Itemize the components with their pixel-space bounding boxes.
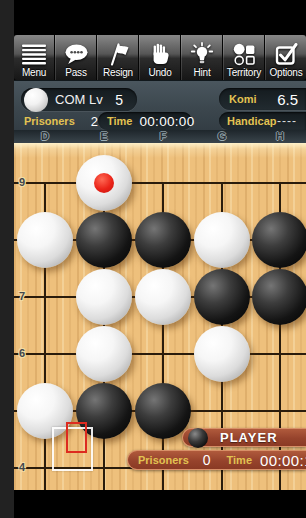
com-level-value: 5 — [115, 92, 137, 108]
go-stone-white-G8 — [194, 212, 250, 268]
toolbar-button-options[interactable]: Options — [265, 35, 306, 80]
last-move-red-dot — [94, 173, 114, 193]
go-stone-black-F8 — [135, 212, 191, 268]
lightbulb-icon — [189, 41, 215, 67]
com-status-panel: COM Lv 5 Komi 6.5 Prisoners 2 Time 00:00… — [14, 80, 306, 130]
toolbar-button-pass[interactable]: Pass — [55, 35, 97, 80]
grid-hline-9 — [14, 182, 306, 184]
handicap-value: ---- — [277, 114, 306, 128]
toolbar-button-label: Undo — [148, 67, 171, 78]
column-label-G: G — [218, 130, 227, 143]
bottom-black-bar — [14, 490, 306, 518]
com-prisoners-label: Prisoners — [24, 115, 75, 127]
toolbar-button-label: Hint — [194, 67, 211, 78]
go-stone-black-F5 — [135, 383, 191, 439]
go-stone-white-E6 — [76, 326, 132, 382]
speech-bubble-icon — [63, 41, 90, 67]
toolbar-button-territory[interactable]: Territory — [223, 35, 265, 80]
player-prisoners-value: 0 — [203, 452, 211, 468]
placement-cursor-red-box — [66, 422, 87, 453]
white-flag-icon — [106, 41, 131, 67]
go-stone-white-E7 — [76, 269, 132, 325]
column-label-D: D — [41, 130, 49, 143]
com-time-value: 00:00:00 — [139, 114, 194, 129]
com-time-capsule: Time 00:00:00 — [98, 112, 192, 130]
com-level-capsule: COM Lv 5 — [21, 88, 137, 111]
go-stone-white-F7 — [135, 269, 191, 325]
row-label-7: 7 — [15, 290, 29, 302]
go-stone-black-E8 — [76, 212, 132, 268]
grid-hline-6 — [14, 353, 306, 355]
go-stone-white-E9 — [76, 155, 132, 211]
menu-icon — [21, 41, 47, 67]
app-screen: MenuPassResignUndoHintTerritoryOptions C… — [14, 0, 306, 518]
toolbar-button-label: Territory — [227, 67, 261, 78]
row-label-4: 4 — [15, 461, 29, 473]
toolbar-button-menu[interactable]: Menu — [14, 35, 55, 80]
column-label-F: F — [160, 130, 167, 143]
komi-value: 6.5 — [277, 91, 306, 108]
komi-label: Komi — [219, 93, 257, 105]
player-black-stone-icon — [188, 428, 208, 448]
player-name: PLAYER — [220, 430, 278, 445]
go-stone-black-H7 — [252, 269, 306, 325]
com-prisoners-value: 2 — [91, 114, 98, 129]
toolbar-button-hint[interactable]: Hint — [181, 35, 223, 80]
checkbox-pencil-icon — [274, 41, 299, 67]
toolbar-button-label: Pass — [65, 67, 86, 78]
go-stone-black-H8 — [252, 212, 306, 268]
go-board[interactable]: 987654PLAYERPrisoners0Time00:00:14 — [14, 143, 306, 490]
player-name-bar: PLAYER — [182, 428, 306, 447]
hand-icon — [148, 41, 172, 67]
player-time-value: 00:00:14 — [260, 452, 306, 469]
ios-status-bar — [14, 0, 306, 35]
handicap-label: Handicap — [219, 115, 277, 127]
com-time-label: Time — [98, 115, 132, 127]
toolbar-button-label: Options — [269, 67, 302, 78]
toolbar-button-label: Menu — [22, 67, 46, 78]
handicap-capsule: Handicap ---- — [219, 112, 306, 130]
player-info-bar: Prisoners0Time00:00:14 — [127, 450, 306, 470]
row-label-6: 6 — [15, 347, 29, 359]
com-white-stone-icon — [24, 88, 48, 112]
toolbar-button-label: Resign — [103, 67, 133, 78]
row-label-9: 9 — [15, 176, 29, 188]
com-level-label: COM Lv — [55, 92, 103, 107]
go-stone-black-G7 — [194, 269, 250, 325]
go-stone-white-D8 — [17, 212, 73, 268]
toolbar-button-undo[interactable]: Undo — [139, 35, 181, 80]
toolbar-button-resign[interactable]: Resign — [97, 35, 139, 80]
com-prisoners-group: Prisoners 2 — [24, 112, 98, 130]
player-prisoners-label: Prisoners — [128, 454, 189, 466]
column-letters-strip: DEFGH — [14, 130, 306, 143]
go-stone-white-G6 — [194, 326, 250, 382]
player-time-label: Time — [227, 454, 252, 466]
column-label-H: H — [276, 130, 284, 143]
komi-capsule: Komi 6.5 — [219, 88, 306, 110]
toolbar: MenuPassResignUndoHintTerritoryOptions — [14, 35, 306, 80]
territory-shapes-icon — [232, 41, 256, 67]
column-label-E: E — [100, 130, 107, 143]
